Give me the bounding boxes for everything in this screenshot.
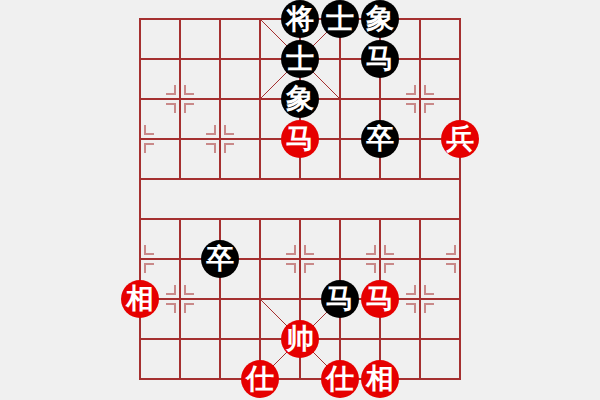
piece-black-soldier[interactable]: 卒 [201,240,239,278]
piece-red-elephant[interactable]: 相 [361,360,399,398]
piece-red-general[interactable]: 帅 [281,320,319,358]
piece-black-soldier[interactable]: 卒 [361,120,399,158]
xiangqi-board-screenshot: 将士象士马象马卒兵卒相马马帅仕仕相 [0,0,600,400]
piece-red-elephant[interactable]: 相 [121,280,159,318]
piece-black-horse[interactable]: 马 [361,40,399,78]
board: 将士象士马象马卒兵卒相马马帅仕仕相 [120,0,480,399]
piece-red-horse[interactable]: 马 [361,280,399,318]
piece-black-advisor[interactable]: 士 [281,40,319,78]
piece-black-advisor[interactable]: 士 [321,0,359,38]
piece-red-advisor[interactable]: 仕 [241,360,279,398]
piece-black-horse[interactable]: 马 [321,280,359,318]
piece-black-elephant[interactable]: 象 [281,80,319,118]
piece-red-horse[interactable]: 马 [281,120,319,158]
piece-red-advisor[interactable]: 仕 [321,360,359,398]
piece-black-elephant[interactable]: 象 [361,0,399,38]
piece-red-soldier[interactable]: 兵 [441,120,479,158]
piece-black-general[interactable]: 将 [281,0,319,38]
